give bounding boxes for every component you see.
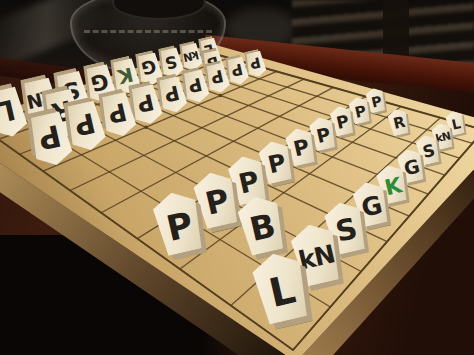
shogi-photo-scene: LkNSGKGSkNLRBPPPPPPPPPPPPPPPPPPBRLkNSGKG…	[0, 0, 474, 355]
piece-rook-28[interactable]: R	[384, 107, 414, 138]
pieces-layer: LkNSGKGSkNLRBPPPPPPPPPPPPPPPPPPBRLkNSGKG…	[0, 0, 474, 355]
piece-pawn-93[interactable]: P	[20, 109, 80, 171]
piece-letter: P	[20, 109, 79, 164]
